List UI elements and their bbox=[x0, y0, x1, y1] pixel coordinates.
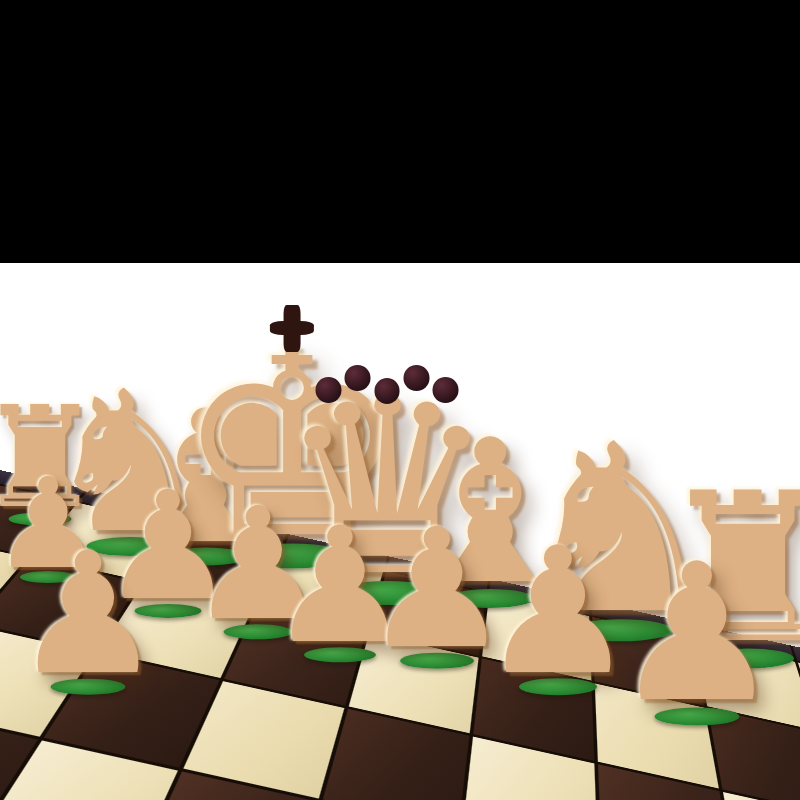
top-black-band bbox=[0, 0, 800, 263]
board-plane: 23 bbox=[0, 468, 800, 800]
chess-set-photo: { "game": "chess", "scene": { "descripti… bbox=[0, 0, 800, 800]
board-grid: 23 bbox=[0, 468, 800, 800]
